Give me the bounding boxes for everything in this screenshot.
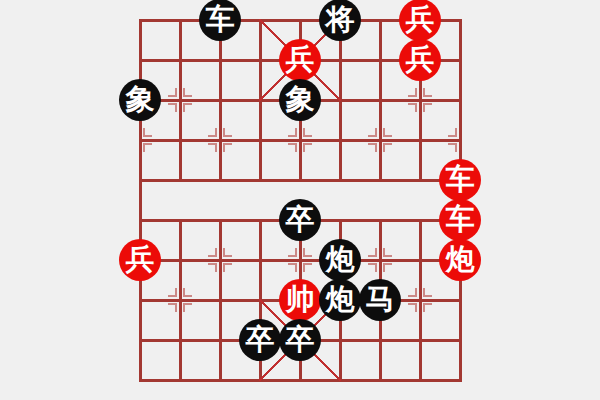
piece-glyph: 卒 — [286, 205, 315, 234]
piece-red-chariot-f8r4[interactable]: 车 — [439, 159, 481, 201]
piece-black-elephant-f0r2[interactable]: 象 — [119, 79, 161, 121]
piece-red-general-f4r7[interactable]: 帅 — [279, 279, 321, 321]
piece-glyph: 炮 — [326, 285, 355, 314]
piece-black-cannon-f5r6[interactable]: 炮 — [319, 239, 361, 281]
piece-glyph: 兵 — [406, 45, 435, 74]
piece-glyph: 车 — [446, 165, 475, 194]
piece-glyph: 象 — [126, 85, 155, 114]
piece-glyph: 车 — [206, 5, 235, 34]
piece-glyph: 马 — [366, 285, 395, 314]
piece-glyph: 卒 — [286, 325, 315, 354]
piece-red-pawn-f7r1[interactable]: 兵 — [399, 39, 441, 81]
piece-red-pawn-f0r6[interactable]: 兵 — [119, 239, 161, 281]
pieces-layer: 车将兵兵兵象象车卒车兵炮炮帅炮马卒卒 — [120, 0, 480, 400]
xiangqi-diagram-screen: 车将兵兵兵象象车卒车兵炮炮帅炮马卒卒 — [0, 0, 600, 400]
piece-red-cannon-f8r6[interactable]: 炮 — [439, 239, 481, 281]
piece-black-chariot-f2r0[interactable]: 车 — [199, 0, 241, 41]
piece-glyph: 帅 — [286, 285, 315, 314]
piece-glyph: 炮 — [326, 245, 355, 274]
piece-black-pawn-f4r5[interactable]: 卒 — [279, 199, 321, 241]
xiangqi-board: 车将兵兵兵象象车卒车兵炮炮帅炮马卒卒 — [0, 0, 600, 400]
piece-red-pawn-f7r0[interactable]: 兵 — [399, 0, 441, 41]
piece-glyph: 车 — [446, 205, 475, 234]
piece-black-elephant-f4r2[interactable]: 象 — [279, 79, 321, 121]
piece-black-horse-f6r7[interactable]: 马 — [359, 279, 401, 321]
piece-glyph: 炮 — [446, 245, 475, 274]
piece-black-cannon-f5r7[interactable]: 炮 — [319, 279, 361, 321]
piece-black-pawn-f4r8[interactable]: 卒 — [279, 319, 321, 361]
piece-red-pawn-f4r1[interactable]: 兵 — [279, 39, 321, 81]
piece-glyph: 兵 — [126, 245, 155, 274]
piece-glyph: 将 — [326, 5, 355, 34]
piece-black-general-f5r0[interactable]: 将 — [319, 0, 361, 41]
piece-black-pawn-f3r8[interactable]: 卒 — [239, 319, 281, 361]
piece-glyph: 象 — [286, 85, 315, 114]
piece-glyph: 兵 — [286, 45, 315, 74]
piece-red-chariot-f8r5[interactable]: 车 — [439, 199, 481, 241]
piece-glyph: 兵 — [406, 5, 435, 34]
piece-glyph: 卒 — [246, 325, 275, 354]
